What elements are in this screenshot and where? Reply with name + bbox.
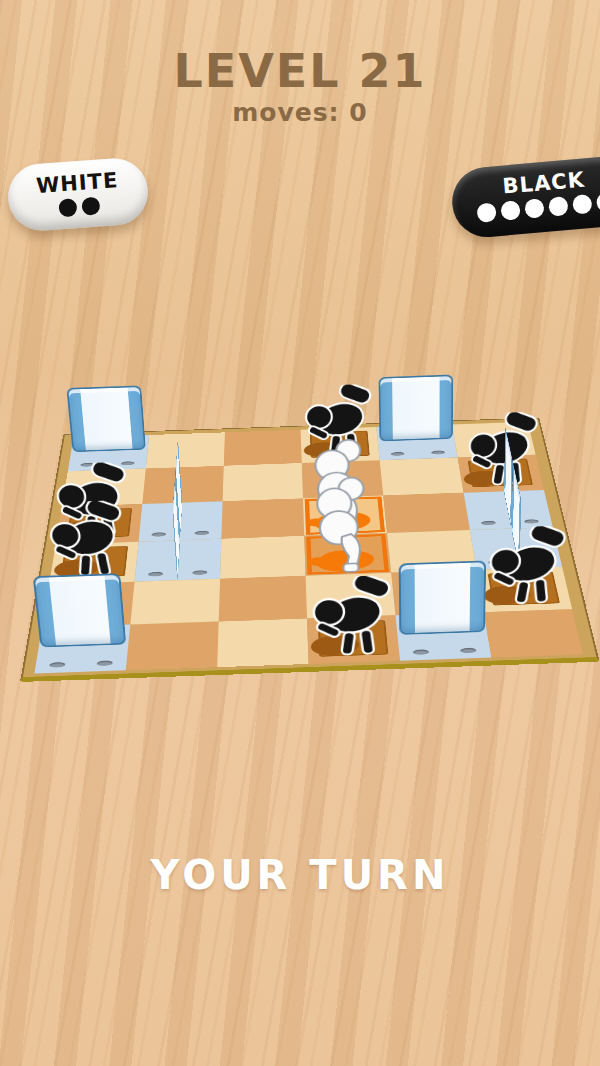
cell-r2c6[interactable] [458,455,544,493]
cell-r2c2[interactable] [142,466,223,504]
cell-r2c5[interactable] [380,458,464,496]
cell-r3c2[interactable] [139,501,223,542]
cell-r6c6[interactable] [484,609,583,657]
cell-r3c3[interactable] [221,498,304,538]
cell-r4c3[interactable] [220,536,306,579]
plate-screw [152,532,167,537]
board-frame [20,417,600,681]
wall-horizontal [399,560,487,635]
piece-count-dot [595,192,600,213]
wall-horizontal [66,385,146,452]
board-scene [0,96,599,682]
cell-r5c6[interactable] [477,567,573,612]
level-title: LEVEL 21 [0,44,600,98]
plate-screw [481,521,496,526]
plate-screw [148,572,163,577]
cell-r5c3[interactable] [219,576,307,622]
cell-r1c3[interactable] [224,430,302,466]
cell-r6c5[interactable] [395,612,491,661]
plate-screw [192,570,207,575]
cell-r3c6[interactable] [464,490,553,530]
plate-screw [391,452,405,456]
plate-screw [195,531,210,536]
cell-r5c2[interactable] [130,579,220,625]
cell-r4c4[interactable] [304,533,391,576]
cell-r2c3[interactable] [223,463,303,501]
plate-screw [97,660,113,666]
cell-r6c1[interactable] [34,625,130,674]
turn-indicator: YOUR TURN [0,852,600,898]
cell-r4c2[interactable] [135,539,222,582]
wall-horizontal [379,375,454,442]
cell-r1c2[interactable] [146,432,225,468]
cell-r6c3[interactable] [217,618,308,667]
plate-screw [413,649,429,655]
wall-horizontal [33,573,127,647]
cell-r6c4[interactable] [307,615,400,664]
game-board[interactable] [34,422,582,674]
cell-r6c2[interactable] [126,622,219,671]
cell-r3c5[interactable] [383,493,470,533]
plate-screw [460,648,477,654]
plate-screw [524,519,539,524]
cell-r1c5[interactable] [376,424,457,460]
plate-screw [49,662,66,668]
plate-screw [431,450,445,454]
